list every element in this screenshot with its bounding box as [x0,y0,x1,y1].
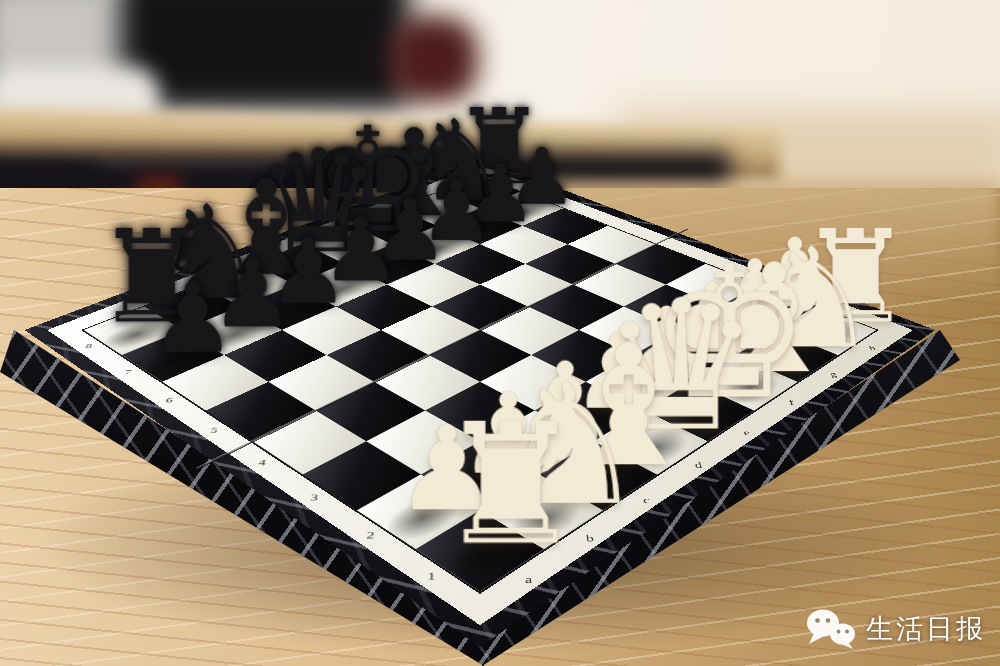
board-border: ♜♞♝♛♚♝♞♜♟♟♟♟♟♟♟♟♟♟♟♟♟♟♟♟♜♞♝♛♚♝♞♜ 1234567… [47,165,912,625]
rank-label-5: 5 [201,426,227,435]
watermark-text: 生活日报 [866,611,986,647]
photo-scene: ♜♞♝♛♚♝♞♜♟♟♟♟♟♟♟♟♟♟♟♟♟♟♟♟♜♞♝♛♚♝♞♜ 1234567… [0,0,1000,666]
chess-board: ♜♞♝♛♚♝♞♜♟♟♟♟♟♟♟♟♟♟♟♟♟♟♟♟♜♞♝♛♚♝♞♜ 1234567… [25,158,936,647]
file-label-a: a [515,573,542,586]
board-perspective-wrap: ♜♞♝♛♚♝♞♜♟♟♟♟♟♟♟♟♟♟♟♟♟♟♟♟♜♞♝♛♚♝♞♜ 1234567… [0,0,1000,666]
watermark: 生活日报 [805,608,986,650]
rank-label-3: 3 [301,492,327,503]
rank-label-2: 2 [357,530,384,542]
rank-label-8: 8 [76,343,100,351]
rank-label-6: 6 [157,396,182,405]
board-grid: ♜♞♝♛♚♝♞♜♟♟♟♟♟♟♟♟♟♟♟♟♟♟♟♟♜♞♝♛♚♝♞♜ [81,175,879,594]
rank-label-1: 1 [418,570,445,583]
rank-label-4: 4 [249,458,275,468]
square-h5[interactable] [568,226,656,264]
rank-label-7: 7 [115,369,140,377]
wechat-icon [805,608,857,650]
